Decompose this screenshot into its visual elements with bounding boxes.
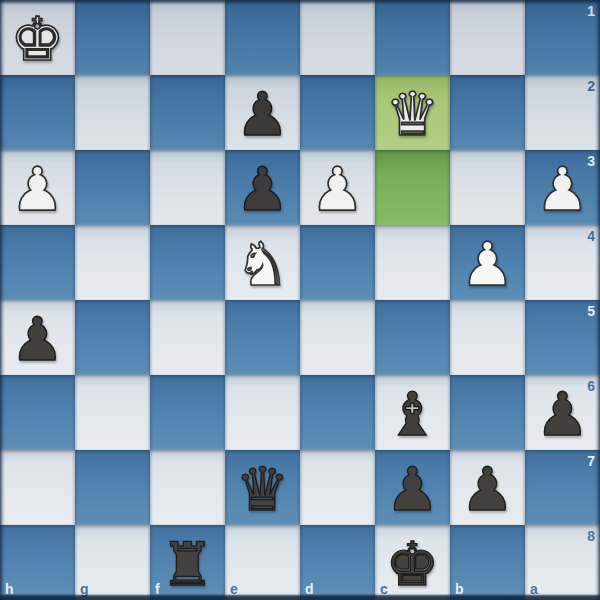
rank-label-1: 1 — [587, 3, 595, 19]
rank-label-2: 2 — [587, 78, 595, 94]
square-e2[interactable]: ♟ — [225, 75, 300, 150]
black-king[interactable]: ♚ — [375, 525, 450, 600]
square-c3[interactable] — [375, 150, 450, 225]
square-f7[interactable] — [150, 450, 225, 525]
square-c8[interactable]: ♚c — [375, 525, 450, 600]
square-d6[interactable] — [300, 375, 375, 450]
square-b8[interactable]: b — [450, 525, 525, 600]
square-e3[interactable]: ♟ — [225, 150, 300, 225]
square-h8[interactable]: h — [0, 525, 75, 600]
square-g2[interactable] — [75, 75, 150, 150]
square-e1[interactable] — [225, 0, 300, 75]
square-e4[interactable]: ♞ — [225, 225, 300, 300]
square-f4[interactable] — [150, 225, 225, 300]
white-queen[interactable]: ♛ — [375, 75, 450, 150]
square-h2[interactable] — [0, 75, 75, 150]
black-bishop[interactable]: ♝ — [375, 375, 450, 450]
square-h5[interactable]: ♟ — [0, 300, 75, 375]
square-f3[interactable] — [150, 150, 225, 225]
rank-label-7: 7 — [587, 453, 595, 469]
square-g6[interactable] — [75, 375, 150, 450]
black-pawn[interactable]: ♟ — [450, 450, 525, 525]
black-pawn[interactable]: ♟ — [225, 75, 300, 150]
square-g7[interactable] — [75, 450, 150, 525]
square-c6[interactable]: ♝ — [375, 375, 450, 450]
square-h7[interactable] — [0, 450, 75, 525]
white-pawn[interactable]: ♟ — [0, 150, 75, 225]
rank-label-4: 4 — [587, 228, 595, 244]
file-label-e: e — [230, 581, 238, 597]
square-c4[interactable] — [375, 225, 450, 300]
square-a5[interactable]: 5 — [525, 300, 600, 375]
square-h1[interactable]: ♚ — [0, 0, 75, 75]
square-d2[interactable] — [300, 75, 375, 150]
square-f6[interactable] — [150, 375, 225, 450]
square-d4[interactable] — [300, 225, 375, 300]
square-c2[interactable]: ♛ — [375, 75, 450, 150]
black-rook[interactable]: ♜ — [150, 525, 225, 600]
white-knight[interactable]: ♞ — [225, 225, 300, 300]
square-f5[interactable] — [150, 300, 225, 375]
square-d7[interactable] — [300, 450, 375, 525]
square-g4[interactable] — [75, 225, 150, 300]
chess-board: ♚1♟♛2♟♟♟♟3♞♟4♟5♝♟6♛♟♟7hg♜fed♚cba8 — [0, 0, 600, 600]
square-d1[interactable] — [300, 0, 375, 75]
square-g8[interactable]: g — [75, 525, 150, 600]
square-f2[interactable] — [150, 75, 225, 150]
square-d5[interactable] — [300, 300, 375, 375]
square-b3[interactable] — [450, 150, 525, 225]
square-b4[interactable]: ♟ — [450, 225, 525, 300]
square-e5[interactable] — [225, 300, 300, 375]
square-b7[interactable]: ♟ — [450, 450, 525, 525]
square-e6[interactable] — [225, 375, 300, 450]
square-e7[interactable]: ♛ — [225, 450, 300, 525]
square-e8[interactable]: e — [225, 525, 300, 600]
square-f8[interactable]: ♜f — [150, 525, 225, 600]
square-a8[interactable]: a8 — [525, 525, 600, 600]
square-d8[interactable]: d — [300, 525, 375, 600]
square-a1[interactable]: 1 — [525, 0, 600, 75]
white-pawn[interactable]: ♟ — [300, 150, 375, 225]
black-pawn[interactable]: ♟ — [525, 375, 600, 450]
black-pawn[interactable]: ♟ — [225, 150, 300, 225]
square-h3[interactable]: ♟ — [0, 150, 75, 225]
square-h4[interactable] — [0, 225, 75, 300]
square-b5[interactable] — [450, 300, 525, 375]
white-king[interactable]: ♚ — [0, 0, 75, 75]
square-g1[interactable] — [75, 0, 150, 75]
square-a2[interactable]: 2 — [525, 75, 600, 150]
square-c1[interactable] — [375, 0, 450, 75]
white-pawn[interactable]: ♟ — [450, 225, 525, 300]
rank-label-5: 5 — [587, 303, 595, 319]
square-c7[interactable]: ♟ — [375, 450, 450, 525]
rank-label-8: 8 — [587, 528, 595, 544]
square-g3[interactable] — [75, 150, 150, 225]
black-queen[interactable]: ♛ — [225, 450, 300, 525]
file-label-b: b — [455, 581, 464, 597]
square-a3[interactable]: ♟3 — [525, 150, 600, 225]
square-f1[interactable] — [150, 0, 225, 75]
square-a7[interactable]: 7 — [525, 450, 600, 525]
square-b2[interactable] — [450, 75, 525, 150]
file-label-g: g — [80, 581, 89, 597]
square-a6[interactable]: ♟6 — [525, 375, 600, 450]
file-label-h: h — [5, 581, 14, 597]
file-label-d: d — [305, 581, 314, 597]
square-c5[interactable] — [375, 300, 450, 375]
black-pawn[interactable]: ♟ — [375, 450, 450, 525]
square-a4[interactable]: 4 — [525, 225, 600, 300]
square-d3[interactable]: ♟ — [300, 150, 375, 225]
white-pawn[interactable]: ♟ — [525, 150, 600, 225]
black-pawn[interactable]: ♟ — [0, 300, 75, 375]
square-b6[interactable] — [450, 375, 525, 450]
square-b1[interactable] — [450, 0, 525, 75]
file-label-a: a — [530, 581, 538, 597]
square-g5[interactable] — [75, 300, 150, 375]
square-h6[interactable] — [0, 375, 75, 450]
